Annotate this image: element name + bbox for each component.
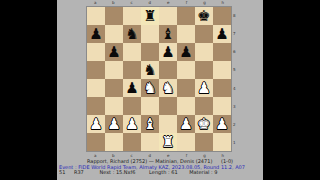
square-g1[interactable] xyxy=(195,133,213,151)
square-c1[interactable] xyxy=(123,133,141,151)
white-king-g2[interactable]: ♚ xyxy=(195,115,213,133)
black-pawn-f6[interactable]: ♟ xyxy=(177,43,195,61)
file-label: b xyxy=(104,0,122,5)
chess-gui-panel: abcdefgh ♜♚♟♞♝♟♟♟♟♞♟♞♞♟♟♟♟♝♟♚♟♜ 87654321… xyxy=(57,0,263,180)
rank-labels-right: 87654321 xyxy=(233,6,239,152)
black-knight-c7[interactable]: ♞ xyxy=(123,25,141,43)
square-b4[interactable] xyxy=(105,79,123,97)
video-frame: abcdefgh ♜♚♟♞♝♟♟♟♟♞♟♞♞♟♟♟♟♝♟♚♟♜ 87654321… xyxy=(0,0,320,180)
square-d2[interactable]: ♝ xyxy=(141,115,159,133)
white-pawn-b2[interactable]: ♟ xyxy=(105,115,123,133)
material-balance: Material : 9 xyxy=(189,170,217,176)
square-f3[interactable] xyxy=(177,97,195,115)
black-pawn-a7[interactable]: ♟ xyxy=(87,25,105,43)
square-g2[interactable]: ♚ xyxy=(195,115,213,133)
square-e2[interactable] xyxy=(159,115,177,133)
rank-label: 2 xyxy=(233,116,239,134)
square-g7[interactable] xyxy=(195,25,213,43)
square-c7[interactable]: ♞ xyxy=(123,25,141,43)
file-label: g xyxy=(196,0,214,5)
square-g8[interactable]: ♚ xyxy=(195,7,213,25)
square-b5[interactable] xyxy=(105,61,123,79)
square-g4[interactable]: ♟ xyxy=(195,79,213,97)
chess-board[interactable]: ♜♚♟♞♝♟♟♟♟♞♟♞♞♟♟♟♟♝♟♚♟♜ xyxy=(86,6,232,152)
square-f8[interactable] xyxy=(177,7,195,25)
square-h2[interactable]: ♟ xyxy=(213,115,231,133)
square-a7[interactable]: ♟ xyxy=(87,25,105,43)
square-e4[interactable]: ♞ xyxy=(159,79,177,97)
square-h4[interactable] xyxy=(213,79,231,97)
rank-label: 5 xyxy=(233,61,239,79)
stats-line: 51 R37 Next : 15.Nxf6 Length : 61 Materi… xyxy=(57,170,263,176)
square-a8[interactable] xyxy=(87,7,105,25)
square-h3[interactable] xyxy=(213,97,231,115)
black-pawn-c4[interactable]: ♟ xyxy=(123,79,141,97)
square-e5[interactable] xyxy=(159,61,177,79)
left-letterbox-bar xyxy=(0,0,57,180)
game-caption: Rapport, Richard (2752) — Matinian, Deni… xyxy=(57,159,263,176)
square-h8[interactable] xyxy=(213,7,231,25)
rank-label: 3 xyxy=(233,97,239,115)
square-e6[interactable]: ♟ xyxy=(159,43,177,61)
white-knight-e4[interactable]: ♞ xyxy=(159,79,177,97)
square-f5[interactable] xyxy=(177,61,195,79)
rank-label: 8 xyxy=(233,6,239,24)
square-c8[interactable] xyxy=(123,7,141,25)
square-c2[interactable]: ♟ xyxy=(123,115,141,133)
square-h1[interactable] xyxy=(213,133,231,151)
right-letterbox-bar xyxy=(263,0,320,180)
game-number: 51 xyxy=(59,170,65,176)
file-label: h xyxy=(214,0,232,5)
black-pawn-h7[interactable]: ♟ xyxy=(213,25,231,43)
square-d5[interactable]: ♞ xyxy=(141,61,159,79)
square-c6[interactable] xyxy=(123,43,141,61)
square-f4[interactable] xyxy=(177,79,195,97)
square-f6[interactable]: ♟ xyxy=(177,43,195,61)
rank-label: 1 xyxy=(233,134,239,152)
rank-label: 6 xyxy=(233,43,239,61)
file-label: e xyxy=(159,0,177,5)
square-c5[interactable] xyxy=(123,61,141,79)
file-label: f xyxy=(177,0,195,5)
square-g3[interactable] xyxy=(195,97,213,115)
square-b8[interactable] xyxy=(105,7,123,25)
white-pawn-a2[interactable]: ♟ xyxy=(87,115,105,133)
square-d8[interactable]: ♜ xyxy=(141,7,159,25)
black-pawn-e6[interactable]: ♟ xyxy=(159,43,177,61)
square-e3[interactable] xyxy=(159,97,177,115)
game-length: Length : 61 xyxy=(149,170,177,176)
square-c3[interactable] xyxy=(123,97,141,115)
black-king-g8[interactable]: ♚ xyxy=(195,7,213,25)
file-labels-top: abcdefgh xyxy=(86,0,232,5)
square-a2[interactable]: ♟ xyxy=(87,115,105,133)
square-e8[interactable] xyxy=(159,7,177,25)
square-g5[interactable] xyxy=(195,61,213,79)
white-rook-e1[interactable]: ♜ xyxy=(159,133,177,151)
square-f1[interactable] xyxy=(177,133,195,151)
square-f7[interactable] xyxy=(177,25,195,43)
white-pawn-f2[interactable]: ♟ xyxy=(177,115,195,133)
white-bishop-d2[interactable]: ♝ xyxy=(141,115,159,133)
black-pawn-b6[interactable]: ♟ xyxy=(105,43,123,61)
square-b2[interactable]: ♟ xyxy=(105,115,123,133)
square-b1[interactable] xyxy=(105,133,123,151)
black-bishop-e7[interactable]: ♝ xyxy=(159,25,177,43)
square-h6[interactable] xyxy=(213,43,231,61)
rank-label: 7 xyxy=(233,24,239,42)
square-a6[interactable] xyxy=(87,43,105,61)
square-d4[interactable]: ♞ xyxy=(141,79,159,97)
white-pawn-c2[interactable]: ♟ xyxy=(123,115,141,133)
square-a3[interactable] xyxy=(87,97,105,115)
file-label: c xyxy=(123,0,141,5)
square-a1[interactable] xyxy=(87,133,105,151)
square-a5[interactable] xyxy=(87,61,105,79)
white-knight-d4[interactable]: ♞ xyxy=(141,79,159,97)
square-b6[interactable]: ♟ xyxy=(105,43,123,61)
square-b7[interactable] xyxy=(105,25,123,43)
square-c4[interactable]: ♟ xyxy=(123,79,141,97)
square-d6[interactable] xyxy=(141,43,159,61)
square-a4[interactable] xyxy=(87,79,105,97)
next-move: Next : 15.Nxf6 xyxy=(99,170,135,176)
black-rook-d8[interactable]: ♜ xyxy=(141,7,159,25)
square-g6[interactable] xyxy=(195,43,213,61)
square-f2[interactable]: ♟ xyxy=(177,115,195,133)
square-h5[interactable] xyxy=(213,61,231,79)
square-d7[interactable] xyxy=(141,25,159,43)
white-pawn-h2[interactable]: ♟ xyxy=(213,115,231,133)
square-e7[interactable]: ♝ xyxy=(159,25,177,43)
square-b3[interactable] xyxy=(105,97,123,115)
square-h7[interactable]: ♟ xyxy=(213,25,231,43)
black-knight-d5[interactable]: ♞ xyxy=(141,61,159,79)
file-label: d xyxy=(141,0,159,5)
square-d3[interactable] xyxy=(141,97,159,115)
game-code: R37 xyxy=(74,170,84,176)
white-pawn-g4[interactable]: ♟ xyxy=(195,79,213,97)
square-e1[interactable]: ♜ xyxy=(159,133,177,151)
rank-label: 4 xyxy=(233,79,239,97)
file-label: a xyxy=(86,0,104,5)
square-d1[interactable] xyxy=(141,133,159,151)
